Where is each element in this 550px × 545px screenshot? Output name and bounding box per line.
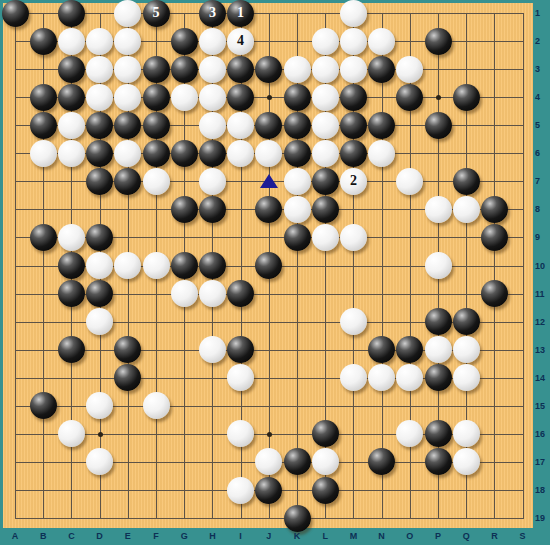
grid-line-horizontal	[15, 13, 524, 14]
column-label: N	[378, 531, 385, 541]
stone-D2[interactable]	[86, 28, 113, 55]
stone-P14[interactable]	[425, 364, 452, 391]
stone-C5[interactable]	[58, 112, 85, 139]
stone-H13[interactable]	[199, 336, 226, 363]
stone-H11[interactable]	[199, 280, 226, 307]
stone-L18[interactable]	[312, 477, 339, 504]
stone-H4[interactable]	[199, 84, 226, 111]
star-point	[267, 432, 272, 437]
stone-N14[interactable]	[368, 364, 395, 391]
stone-C9[interactable]	[58, 224, 85, 251]
row-label: 3	[535, 64, 540, 74]
stone-F6[interactable]	[143, 140, 170, 167]
stone-O14[interactable]	[396, 364, 423, 391]
stone-L16[interactable]	[312, 420, 339, 447]
stone-H6[interactable]	[199, 140, 226, 167]
stone-I11[interactable]	[227, 280, 254, 307]
row-label: 1	[535, 8, 540, 18]
stone-K19[interactable]	[284, 505, 311, 532]
row-label: 11	[535, 289, 545, 299]
stone-E10[interactable]	[114, 252, 141, 279]
triangle-marker	[260, 174, 278, 188]
stone-C3[interactable]	[58, 56, 85, 83]
stone-D6[interactable]	[86, 140, 113, 167]
stone-C4[interactable]	[58, 84, 85, 111]
stone-E14[interactable]	[114, 364, 141, 391]
stone-B15[interactable]	[30, 392, 57, 419]
stone-R11[interactable]	[481, 280, 508, 307]
row-label: 17	[535, 457, 545, 467]
stone-L6[interactable]	[312, 140, 339, 167]
stone-B4[interactable]	[30, 84, 57, 111]
stone-A1[interactable]	[2, 0, 29, 27]
stone-R8[interactable]	[481, 196, 508, 223]
stone-D12[interactable]	[86, 308, 113, 335]
column-label: G	[181, 531, 188, 541]
row-label: 8	[535, 204, 540, 214]
stone-O4[interactable]	[396, 84, 423, 111]
stone-L3[interactable]	[312, 56, 339, 83]
stone-D4[interactable]	[86, 84, 113, 111]
stone-G4[interactable]	[171, 84, 198, 111]
stone-L4[interactable]	[312, 84, 339, 111]
column-label: P	[435, 531, 441, 541]
stone-C11[interactable]	[58, 280, 85, 307]
stone-L9[interactable]	[312, 224, 339, 251]
stone-H5[interactable]	[199, 112, 226, 139]
stone-D11[interactable]	[86, 280, 113, 307]
stone-M7[interactable]: 2	[340, 168, 367, 195]
stone-I4[interactable]	[227, 84, 254, 111]
stone-O13[interactable]	[396, 336, 423, 363]
stone-E6[interactable]	[114, 140, 141, 167]
stone-I6[interactable]	[227, 140, 254, 167]
stone-J18[interactable]	[255, 477, 282, 504]
stone-F4[interactable]	[143, 84, 170, 111]
stone-J5[interactable]	[255, 112, 282, 139]
row-label: 15	[535, 401, 545, 411]
stone-C16[interactable]	[58, 420, 85, 447]
row-label: 10	[535, 261, 545, 271]
stone-J6[interactable]	[255, 140, 282, 167]
stone-P13[interactable]	[425, 336, 452, 363]
stone-G2[interactable]	[171, 28, 198, 55]
stone-B6[interactable]	[30, 140, 57, 167]
row-label: 12	[535, 317, 545, 327]
star-point	[267, 95, 272, 100]
stone-I2[interactable]: 4	[227, 28, 254, 55]
row-label: 5	[535, 120, 540, 130]
column-label: I	[239, 531, 242, 541]
stone-P5[interactable]	[425, 112, 452, 139]
stone-E2[interactable]	[114, 28, 141, 55]
stone-N13[interactable]	[368, 336, 395, 363]
stone-K6[interactable]	[284, 140, 311, 167]
column-label: D	[96, 531, 103, 541]
stone-P17[interactable]	[425, 448, 452, 475]
stone-E1[interactable]	[114, 0, 141, 27]
stone-H10[interactable]	[199, 252, 226, 279]
row-label: 18	[535, 485, 545, 495]
row-label: 19	[535, 513, 545, 523]
stone-R9[interactable]	[481, 224, 508, 251]
stone-D15[interactable]	[86, 392, 113, 419]
star-point	[436, 95, 441, 100]
stone-N5[interactable]	[368, 112, 395, 139]
row-label: 14	[535, 373, 545, 383]
stone-I3[interactable]	[227, 56, 254, 83]
row-label: 4	[535, 92, 540, 102]
stone-H3[interactable]	[199, 56, 226, 83]
column-label: S	[520, 531, 526, 541]
stone-L5[interactable]	[312, 112, 339, 139]
stone-D5[interactable]	[86, 112, 113, 139]
row-label: 16	[535, 429, 545, 439]
stone-K3[interactable]	[284, 56, 311, 83]
row-label: 2	[535, 36, 540, 46]
stone-D3[interactable]	[86, 56, 113, 83]
stone-O16[interactable]	[396, 420, 423, 447]
stone-C1[interactable]	[58, 0, 85, 27]
stone-B2[interactable]	[30, 28, 57, 55]
stone-J17[interactable]	[255, 448, 282, 475]
stone-P16[interactable]	[425, 420, 452, 447]
stone-G10[interactable]	[171, 252, 198, 279]
stone-E7[interactable]	[114, 168, 141, 195]
column-label: H	[209, 531, 216, 541]
row-label: 13	[535, 345, 545, 355]
stone-M6[interactable]	[340, 140, 367, 167]
stone-K9[interactable]	[284, 224, 311, 251]
stone-I14[interactable]	[227, 364, 254, 391]
stone-L8[interactable]	[312, 196, 339, 223]
stone-J8[interactable]	[255, 196, 282, 223]
row-label: 6	[535, 148, 540, 158]
stone-G8[interactable]	[171, 196, 198, 223]
column-label: O	[406, 531, 413, 541]
stone-C13[interactable]	[58, 336, 85, 363]
stone-Q14[interactable]	[453, 364, 480, 391]
stone-O3[interactable]	[396, 56, 423, 83]
stone-O7[interactable]	[396, 168, 423, 195]
stone-N3[interactable]	[368, 56, 395, 83]
stone-F5[interactable]	[143, 112, 170, 139]
go-board[interactable]: 53142	[3, 3, 533, 528]
stone-Q4[interactable]	[453, 84, 480, 111]
stone-I5[interactable]	[227, 112, 254, 139]
stone-C2[interactable]	[58, 28, 85, 55]
stone-L2[interactable]	[312, 28, 339, 55]
stone-Q17[interactable]	[453, 448, 480, 475]
column-label: A	[12, 531, 19, 541]
stone-J10[interactable]	[255, 252, 282, 279]
stone-G6[interactable]	[171, 140, 198, 167]
stone-N2[interactable]	[368, 28, 395, 55]
column-label: J	[266, 531, 271, 541]
stone-M5[interactable]	[340, 112, 367, 139]
stone-Q16[interactable]	[453, 420, 480, 447]
stone-D9[interactable]	[86, 224, 113, 251]
stone-J3[interactable]	[255, 56, 282, 83]
stone-M14[interactable]	[340, 364, 367, 391]
stone-E3[interactable]	[114, 56, 141, 83]
stone-D7[interactable]	[86, 168, 113, 195]
stone-L7[interactable]	[312, 168, 339, 195]
column-label: E	[125, 531, 131, 541]
stone-P10[interactable]	[425, 252, 452, 279]
stone-G3[interactable]	[171, 56, 198, 83]
stone-K5[interactable]	[284, 112, 311, 139]
stone-Q8[interactable]	[453, 196, 480, 223]
stone-H2[interactable]	[199, 28, 226, 55]
stone-K17[interactable]	[284, 448, 311, 475]
stone-P8[interactable]	[425, 196, 452, 223]
stone-N6[interactable]	[368, 140, 395, 167]
stone-B9[interactable]	[30, 224, 57, 251]
column-label: C	[68, 531, 75, 541]
grid-line-horizontal	[15, 518, 524, 519]
stone-F1[interactable]: 5	[143, 0, 170, 27]
stone-I18[interactable]	[227, 477, 254, 504]
stone-M2[interactable]	[340, 28, 367, 55]
stone-F7[interactable]	[143, 168, 170, 195]
stone-K7[interactable]	[284, 168, 311, 195]
column-label: L	[322, 531, 328, 541]
stone-M4[interactable]	[340, 84, 367, 111]
stone-L17[interactable]	[312, 448, 339, 475]
stone-M3[interactable]	[340, 56, 367, 83]
stone-M1[interactable]	[340, 0, 367, 27]
go-app-window: 53142 ABCDEFGHIJKLMNOPQRS 12345678910111…	[0, 0, 550, 545]
stone-P2[interactable]	[425, 28, 452, 55]
stone-C6[interactable]	[58, 140, 85, 167]
stone-C10[interactable]	[58, 252, 85, 279]
stone-M9[interactable]	[340, 224, 367, 251]
stone-F15[interactable]	[143, 392, 170, 419]
column-label: B	[40, 531, 47, 541]
row-label: 9	[535, 232, 540, 242]
stone-H8[interactable]	[199, 196, 226, 223]
stone-H1[interactable]: 3	[199, 0, 226, 27]
stone-H7[interactable]	[199, 168, 226, 195]
column-label: M	[350, 531, 358, 541]
stone-I16[interactable]	[227, 420, 254, 447]
column-label: K	[294, 531, 301, 541]
stone-I1[interactable]: 1	[227, 0, 254, 27]
stone-N17[interactable]	[368, 448, 395, 475]
stone-G11[interactable]	[171, 280, 198, 307]
column-label: R	[491, 531, 498, 541]
stone-P12[interactable]	[425, 308, 452, 335]
stone-D17[interactable]	[86, 448, 113, 475]
stone-D10[interactable]	[86, 252, 113, 279]
stone-E5[interactable]	[114, 112, 141, 139]
stone-B5[interactable]	[30, 112, 57, 139]
column-label: F	[153, 531, 159, 541]
stone-Q7[interactable]	[453, 168, 480, 195]
stone-E13[interactable]	[114, 336, 141, 363]
stone-K8[interactable]	[284, 196, 311, 223]
stone-I13[interactable]	[227, 336, 254, 363]
stone-M12[interactable]	[340, 308, 367, 335]
stone-Q12[interactable]	[453, 308, 480, 335]
stone-Q13[interactable]	[453, 336, 480, 363]
row-label: 7	[535, 176, 540, 186]
star-point	[98, 432, 103, 437]
stone-K4[interactable]	[284, 84, 311, 111]
stone-E4[interactable]	[114, 84, 141, 111]
column-label: Q	[463, 531, 470, 541]
stone-F3[interactable]	[143, 56, 170, 83]
stone-F10[interactable]	[143, 252, 170, 279]
